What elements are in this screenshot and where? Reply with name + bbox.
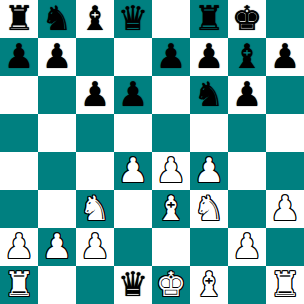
- black-knight-piece: ♞: [194, 76, 224, 113]
- square-f2[interactable]: [190, 228, 228, 266]
- square-e2[interactable]: [152, 228, 190, 266]
- square-b3[interactable]: [38, 190, 76, 228]
- square-d1[interactable]: ♛: [114, 266, 152, 304]
- square-g5[interactable]: [228, 114, 266, 152]
- black-pawn-piece: ♟: [232, 76, 262, 113]
- black-pawn-piece: ♟: [80, 76, 110, 113]
- square-b1[interactable]: [38, 266, 76, 304]
- white-pawn-piece: ♟: [270, 190, 300, 227]
- square-a1[interactable]: ♜: [0, 266, 38, 304]
- square-g2[interactable]: ♟: [228, 228, 266, 266]
- square-a2[interactable]: ♟: [0, 228, 38, 266]
- black-rook-piece: ♜: [4, 0, 34, 37]
- square-f1[interactable]: ♝: [190, 266, 228, 304]
- square-h5[interactable]: [266, 114, 304, 152]
- square-d7[interactable]: [114, 38, 152, 76]
- white-pawn-piece: ♟: [232, 228, 262, 265]
- black-pawn-piece: ♟: [4, 38, 34, 75]
- white-rook-piece: ♜: [4, 266, 34, 303]
- square-e6[interactable]: [152, 76, 190, 114]
- square-e7[interactable]: ♟: [152, 38, 190, 76]
- square-e4[interactable]: ♟: [152, 152, 190, 190]
- square-b8[interactable]: ♞: [38, 0, 76, 38]
- square-c7[interactable]: [76, 38, 114, 76]
- square-f4[interactable]: ♟: [190, 152, 228, 190]
- square-d6[interactable]: ♟: [114, 76, 152, 114]
- square-b6[interactable]: [38, 76, 76, 114]
- square-f7[interactable]: ♟: [190, 38, 228, 76]
- square-c8[interactable]: ♝: [76, 0, 114, 38]
- square-c3[interactable]: ♞: [76, 190, 114, 228]
- black-rook-piece: ♜: [194, 0, 224, 37]
- white-pawn-piece: ♟: [4, 228, 34, 265]
- square-f3[interactable]: ♞: [190, 190, 228, 228]
- white-pawn-piece: ♟: [156, 152, 186, 189]
- square-g3[interactable]: [228, 190, 266, 228]
- square-d4[interactable]: ♟: [114, 152, 152, 190]
- square-a5[interactable]: [0, 114, 38, 152]
- square-a8[interactable]: ♜: [0, 0, 38, 38]
- square-h7[interactable]: ♟: [266, 38, 304, 76]
- square-d2[interactable]: [114, 228, 152, 266]
- square-a6[interactable]: [0, 76, 38, 114]
- square-a4[interactable]: [0, 152, 38, 190]
- square-c5[interactable]: [76, 114, 114, 152]
- square-d8[interactable]: ♛: [114, 0, 152, 38]
- square-f8[interactable]: ♜: [190, 0, 228, 38]
- square-a7[interactable]: ♟: [0, 38, 38, 76]
- square-b7[interactable]: ♟: [38, 38, 76, 76]
- square-h2[interactable]: [266, 228, 304, 266]
- white-bishop-piece: ♝: [194, 266, 224, 303]
- black-pawn-piece: ♟: [118, 76, 148, 113]
- square-d3[interactable]: [114, 190, 152, 228]
- square-e3[interactable]: ♝: [152, 190, 190, 228]
- black-king-piece: ♚: [232, 0, 262, 37]
- square-d5[interactable]: [114, 114, 152, 152]
- square-h4[interactable]: [266, 152, 304, 190]
- white-pawn-piece: ♟: [80, 228, 110, 265]
- black-pawn-piece: ♟: [194, 38, 224, 75]
- white-knight-piece: ♞: [80, 190, 110, 227]
- white-pawn-piece: ♟: [118, 152, 148, 189]
- square-g4[interactable]: [228, 152, 266, 190]
- square-h6[interactable]: [266, 76, 304, 114]
- white-pawn-piece: ♟: [194, 152, 224, 189]
- white-rook-piece: ♜: [270, 266, 300, 303]
- black-pawn-piece: ♟: [42, 38, 72, 75]
- chess-board-window: ♜♞♝♛♜♚♟♟♟♟♝♟♟♟♞♟♟♟♟♞♝♞♟♟♟♟♟♜♛♚♝♜: [0, 0, 304, 304]
- square-h8[interactable]: [266, 0, 304, 38]
- square-a3[interactable]: [0, 190, 38, 228]
- square-g8[interactable]: ♚: [228, 0, 266, 38]
- square-e5[interactable]: [152, 114, 190, 152]
- square-c1[interactable]: [76, 266, 114, 304]
- square-g6[interactable]: ♟: [228, 76, 266, 114]
- square-c6[interactable]: ♟: [76, 76, 114, 114]
- black-pawn-piece: ♟: [270, 38, 300, 75]
- square-g1[interactable]: [228, 266, 266, 304]
- square-b5[interactable]: [38, 114, 76, 152]
- square-h1[interactable]: ♜: [266, 266, 304, 304]
- square-b2[interactable]: ♟: [38, 228, 76, 266]
- black-queen-piece: ♛: [118, 266, 148, 303]
- square-b4[interactable]: [38, 152, 76, 190]
- white-bishop-piece: ♝: [156, 190, 186, 227]
- square-c4[interactable]: [76, 152, 114, 190]
- black-knight-piece: ♞: [42, 0, 72, 37]
- chess-board: ♜♞♝♛♜♚♟♟♟♟♝♟♟♟♞♟♟♟♟♞♝♞♟♟♟♟♟♜♛♚♝♜: [0, 0, 304, 304]
- black-pawn-piece: ♟: [156, 38, 186, 75]
- square-e1[interactable]: ♚: [152, 266, 190, 304]
- square-e8[interactable]: [152, 0, 190, 38]
- white-knight-piece: ♞: [194, 190, 224, 227]
- white-pawn-piece: ♟: [42, 228, 72, 265]
- black-bishop-piece: ♝: [232, 38, 262, 75]
- black-bishop-piece: ♝: [80, 0, 110, 37]
- square-g7[interactable]: ♝: [228, 38, 266, 76]
- square-h3[interactable]: ♟: [266, 190, 304, 228]
- square-f5[interactable]: [190, 114, 228, 152]
- square-f6[interactable]: ♞: [190, 76, 228, 114]
- white-king-piece: ♚: [156, 266, 186, 303]
- square-c2[interactable]: ♟: [76, 228, 114, 266]
- black-queen-piece: ♛: [118, 0, 148, 37]
